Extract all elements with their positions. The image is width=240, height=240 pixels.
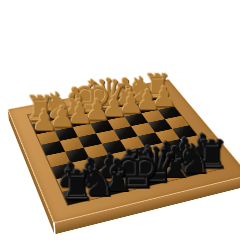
chess-board: ♜♞♝♚♛♝♞♜♟♟♟♟♟♟♟♟♟♟♟♟♟♟♟♟♜♞♝♚♛♝♞♜ (8, 79, 240, 223)
chess-set-product-photo: ♜♞♝♚♛♝♞♜♟♟♟♟♟♟♟♟♟♟♟♟♟♟♟♟♜♞♝♚♛♝♞♜ (0, 0, 240, 240)
pieces-layer: ♜♞♝♚♛♝♞♜♟♟♟♟♟♟♟♟♟♟♟♟♟♟♟♟♜♞♝♚♛♝♞♜ (8, 79, 240, 223)
gold-pawn-glyph: ♟ (11, 106, 77, 135)
